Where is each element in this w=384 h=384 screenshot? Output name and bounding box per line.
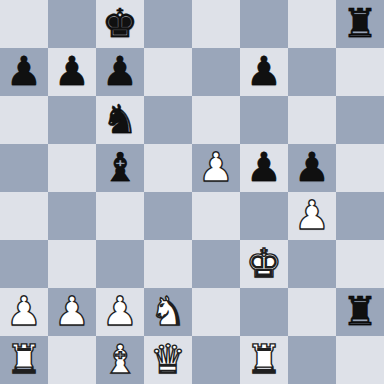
square-c6[interactable]: ♞ [96,96,144,144]
black-pawn[interactable]: ♟ [102,47,138,95]
square-e6[interactable] [192,96,240,144]
square-f5[interactable]: ♟ [240,144,288,192]
black-pawn[interactable]: ♟ [294,143,330,191]
square-c3[interactable] [96,240,144,288]
square-a2[interactable]: ♟ [0,288,48,336]
square-g5[interactable]: ♟ [288,144,336,192]
square-c8[interactable]: ♚ [96,0,144,48]
black-pawn[interactable]: ♟ [6,47,42,95]
square-h4[interactable] [336,192,384,240]
square-g4[interactable]: ♟ [288,192,336,240]
black-pawn[interactable]: ♟ [246,47,282,95]
square-h3[interactable] [336,240,384,288]
square-d2[interactable]: ♞ [144,288,192,336]
square-d4[interactable] [144,192,192,240]
square-g3[interactable] [288,240,336,288]
square-b6[interactable] [48,96,96,144]
square-f7[interactable]: ♟ [240,48,288,96]
square-h5[interactable] [336,144,384,192]
square-g2[interactable] [288,288,336,336]
square-b7[interactable]: ♟ [48,48,96,96]
square-e2[interactable] [192,288,240,336]
square-g1[interactable] [288,336,336,384]
white-bishop[interactable]: ♝ [102,335,138,383]
chess-board: ♚♜♟♟♟♟♞♝♟♟♟♟♚♟♟♟♞♜♜♝♛♜ [0,0,384,384]
square-h6[interactable] [336,96,384,144]
black-rook[interactable]: ♜ [342,287,378,335]
square-a7[interactable]: ♟ [0,48,48,96]
white-pawn[interactable]: ♟ [198,143,234,191]
chess-board-wrapper: ♚♜♟♟♟♟♞♝♟♟♟♟♚♟♟♟♞♜♜♝♛♜ [0,0,384,384]
square-e1[interactable] [192,336,240,384]
square-e8[interactable] [192,0,240,48]
black-bishop[interactable]: ♝ [102,143,138,191]
square-c2[interactable]: ♟ [96,288,144,336]
square-a8[interactable] [0,0,48,48]
square-a1[interactable]: ♜ [0,336,48,384]
square-f1[interactable]: ♜ [240,336,288,384]
black-rook[interactable]: ♜ [342,0,378,47]
white-king[interactable]: ♚ [246,239,282,287]
square-h7[interactable] [336,48,384,96]
white-knight[interactable]: ♞ [150,287,186,335]
square-d6[interactable] [144,96,192,144]
square-e7[interactable] [192,48,240,96]
black-pawn[interactable]: ♟ [54,47,90,95]
square-b3[interactable] [48,240,96,288]
square-c5[interactable]: ♝ [96,144,144,192]
square-d5[interactable] [144,144,192,192]
square-a6[interactable] [0,96,48,144]
square-g7[interactable] [288,48,336,96]
square-a3[interactable] [0,240,48,288]
white-pawn[interactable]: ♟ [6,287,42,335]
square-d7[interactable] [144,48,192,96]
white-pawn[interactable]: ♟ [102,287,138,335]
square-g8[interactable] [288,0,336,48]
square-e3[interactable] [192,240,240,288]
square-h2[interactable]: ♜ [336,288,384,336]
black-pawn[interactable]: ♟ [246,143,282,191]
square-c7[interactable]: ♟ [96,48,144,96]
square-b5[interactable] [48,144,96,192]
white-queen[interactable]: ♛ [150,335,186,383]
white-rook[interactable]: ♜ [246,335,282,383]
square-h8[interactable]: ♜ [336,0,384,48]
black-king[interactable]: ♚ [102,0,138,47]
square-f6[interactable] [240,96,288,144]
square-b4[interactable] [48,192,96,240]
black-knight[interactable]: ♞ [102,95,138,143]
square-g6[interactable] [288,96,336,144]
square-d8[interactable] [144,0,192,48]
square-c4[interactable] [96,192,144,240]
square-b8[interactable] [48,0,96,48]
square-a4[interactable] [0,192,48,240]
white-pawn[interactable]: ♟ [54,287,90,335]
white-pawn[interactable]: ♟ [294,191,330,239]
square-d1[interactable]: ♛ [144,336,192,384]
square-f2[interactable] [240,288,288,336]
square-b1[interactable] [48,336,96,384]
square-d3[interactable] [144,240,192,288]
square-h1[interactable] [336,336,384,384]
square-e4[interactable] [192,192,240,240]
square-e5[interactable]: ♟ [192,144,240,192]
white-rook[interactable]: ♜ [6,335,42,383]
square-a5[interactable] [0,144,48,192]
square-f3[interactable]: ♚ [240,240,288,288]
square-c1[interactable]: ♝ [96,336,144,384]
square-f4[interactable] [240,192,288,240]
square-f8[interactable] [240,0,288,48]
square-b2[interactable]: ♟ [48,288,96,336]
